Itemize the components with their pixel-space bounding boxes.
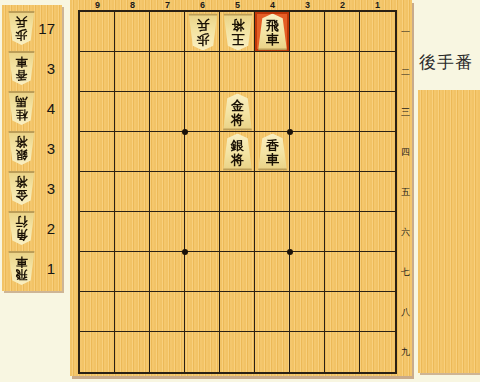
koma-kanji: 歩	[16, 28, 28, 41]
shogi-diagram: 歩兵17香車3桂馬4銀将3金将3角行2飛車1 987654321 歩兵王将飛車金…	[0, 0, 480, 382]
board-square-1-7[interactable]	[360, 252, 395, 292]
koma-kanji: 車	[16, 255, 28, 268]
file-label-3: 3	[290, 0, 325, 10]
board-square-6-4[interactable]	[185, 132, 220, 172]
board-square-3-1[interactable]	[290, 12, 325, 52]
hand-count-gold: 3	[47, 180, 55, 197]
board-square-7-6[interactable]	[150, 212, 185, 252]
rank-label-8: 八	[399, 292, 412, 332]
star-point	[287, 129, 293, 135]
file-label-8: 8	[115, 0, 150, 10]
board-square-7-3[interactable]	[150, 92, 185, 132]
koma-gote-silver[interactable]: 銀将	[8, 131, 35, 165]
koma-kanji: 銀	[231, 138, 244, 152]
hand-count-pawn: 17	[38, 20, 55, 37]
board-square-7-2[interactable]	[150, 52, 185, 92]
board-square-8-4[interactable]	[115, 132, 150, 172]
board-square-3-9[interactable]	[290, 332, 325, 372]
hand-item-gote-silver: 銀将3	[2, 128, 62, 168]
board-grid: 歩兵王将飛車金将銀将香車	[78, 10, 397, 374]
koma-kanji: 銀	[16, 148, 28, 161]
hand-count-knight: 4	[47, 100, 55, 117]
board-square-8-8[interactable]	[115, 292, 150, 332]
board-square-3-6[interactable]	[290, 212, 325, 252]
rank-label-9: 九	[399, 332, 412, 372]
board-square-1-1[interactable]	[360, 12, 395, 52]
koma-kanji: 兵	[16, 15, 28, 28]
rank-label-6: 六	[399, 212, 412, 252]
board-square-6-9[interactable]	[185, 332, 220, 372]
koma-kanji: 馬	[16, 95, 28, 108]
koma-kanji: 香	[266, 138, 279, 152]
koma-kanji: 飛	[16, 268, 28, 281]
koma-kanji: 車	[266, 32, 279, 46]
board-square-7-7[interactable]	[150, 252, 185, 292]
board-square-1-8[interactable]	[360, 292, 395, 332]
board-square-9-6[interactable]	[80, 212, 115, 252]
koma-gote-rook[interactable]: 飛車	[8, 251, 35, 285]
board-square-4-6[interactable]	[255, 212, 290, 252]
board-square-2-9[interactable]	[325, 332, 360, 372]
koma-kanji: 金	[231, 98, 244, 112]
board-square-4-7[interactable]	[255, 252, 290, 292]
board-square-4-8[interactable]	[255, 292, 290, 332]
board-square-2-6[interactable]	[325, 212, 360, 252]
hand-count-rook: 1	[47, 260, 55, 277]
board-square-2-1[interactable]	[325, 12, 360, 52]
file-label-9: 9	[80, 0, 115, 10]
board-square-4-3[interactable]	[255, 92, 290, 132]
hand-item-gote-lance: 香車3	[2, 48, 62, 88]
board-square-1-4[interactable]	[360, 132, 395, 172]
board-square-5-5[interactable]	[220, 172, 255, 212]
koma-kanji: 桂	[16, 108, 28, 121]
file-label-6: 6	[185, 0, 220, 10]
koma-gote-bishop[interactable]: 角行	[8, 211, 35, 245]
koma-kanji: 車	[266, 152, 279, 166]
turn-indicator: 後手番	[412, 51, 480, 74]
board-square-9-8[interactable]	[80, 292, 115, 332]
board-square-9-3[interactable]	[80, 92, 115, 132]
board-square-7-8[interactable]	[150, 292, 185, 332]
board-square-7-4[interactable]	[150, 132, 185, 172]
board-square-8-6[interactable]	[115, 212, 150, 252]
board-square-6-6[interactable]	[185, 212, 220, 252]
board-square-3-4[interactable]	[290, 132, 325, 172]
koma-kanji: 香	[16, 68, 28, 81]
hand-count-silver: 3	[47, 140, 55, 157]
file-label-7: 7	[150, 0, 185, 10]
hand-count-lance: 3	[47, 60, 55, 77]
hand-item-gote-pawn: 歩兵17	[2, 8, 62, 48]
rank-labels: 一二三四五六七八九	[399, 12, 412, 372]
board-square-2-2[interactable]	[325, 52, 360, 92]
board-square-5-7[interactable]	[220, 252, 255, 292]
koma-kanji: 金	[16, 188, 28, 201]
shogi-board: 987654321 歩兵王将飛車金将銀将香車 一二三四五六七八九	[70, 0, 412, 376]
file-label-4: 4	[255, 0, 290, 10]
board-square-9-2[interactable]	[80, 52, 115, 92]
board-square-6-2[interactable]	[185, 52, 220, 92]
board-square-4-9[interactable]	[255, 332, 290, 372]
board-square-6-5[interactable]	[185, 172, 220, 212]
sente-hand-tray	[418, 90, 480, 373]
board-square-3-2[interactable]	[290, 52, 325, 92]
board-square-8-1[interactable]	[115, 12, 150, 52]
koma-gote-knight[interactable]: 桂馬	[8, 91, 35, 125]
gote-hand-tray: 歩兵17香車3桂馬4銀将3金将3角行2飛車1	[2, 5, 62, 291]
koma-kanji: 王	[231, 32, 244, 46]
koma-kanji: 歩	[196, 32, 209, 46]
koma-gote-lance[interactable]: 香車	[8, 51, 35, 85]
board-square-1-3[interactable]	[360, 92, 395, 132]
board-square-8-3[interactable]	[115, 92, 150, 132]
board-square-3-7[interactable]	[290, 252, 325, 292]
star-point	[182, 249, 188, 255]
board-square-1-6[interactable]	[360, 212, 395, 252]
koma-kanji: 将	[231, 152, 244, 166]
board-square-3-3[interactable]	[290, 92, 325, 132]
hand-count-bishop: 2	[47, 220, 55, 237]
koma-kanji: 将	[231, 18, 244, 32]
hand-item-gote-knight: 桂馬4	[2, 88, 62, 128]
rank-label-3: 三	[399, 92, 412, 132]
file-label-2: 2	[325, 0, 360, 10]
board-square-3-8[interactable]	[290, 292, 325, 332]
board-square-6-7[interactable]	[185, 252, 220, 292]
board-square-2-7[interactable]	[325, 252, 360, 292]
koma-kanji: 将	[16, 175, 28, 188]
hand-item-gote-gold: 金将3	[2, 168, 62, 208]
board-square-9-4[interactable]	[80, 132, 115, 172]
rank-label-2: 二	[399, 52, 412, 92]
board-square-9-7[interactable]	[80, 252, 115, 292]
board-square-2-4[interactable]	[325, 132, 360, 172]
board-square-1-2[interactable]	[360, 52, 395, 92]
file-label-5: 5	[220, 0, 255, 10]
board-square-7-5[interactable]	[150, 172, 185, 212]
board-square-4-5[interactable]	[255, 172, 290, 212]
board-square-8-2[interactable]	[115, 52, 150, 92]
board-square-7-1[interactable]	[150, 12, 185, 52]
board-square-5-6[interactable]	[220, 212, 255, 252]
koma-kanji: 将	[16, 135, 28, 148]
file-labels: 987654321	[80, 0, 395, 10]
board-square-4-2[interactable]	[255, 52, 290, 92]
board-square-1-5[interactable]	[360, 172, 395, 212]
koma-kanji: 角	[16, 228, 28, 241]
koma-kanji: 行	[16, 215, 28, 228]
koma-kanji: 飛	[266, 18, 279, 32]
board-square-6-3[interactable]	[185, 92, 220, 132]
board-square-9-1[interactable]	[80, 12, 115, 52]
rank-label-4: 四	[399, 132, 412, 172]
board-square-8-9[interactable]	[115, 332, 150, 372]
hand-item-gote-rook: 飛車1	[2, 248, 62, 288]
rank-label-5: 五	[399, 172, 412, 212]
hand-item-gote-bishop: 角行2	[2, 208, 62, 248]
board-square-5-2[interactable]	[220, 52, 255, 92]
board-square-5-8[interactable]	[220, 292, 255, 332]
board-square-9-9[interactable]	[80, 332, 115, 372]
koma-gote-gold[interactable]: 金将	[8, 171, 35, 205]
koma-kanji: 将	[231, 112, 244, 126]
board-square-5-9[interactable]	[220, 332, 255, 372]
board-square-6-8[interactable]	[185, 292, 220, 332]
board-square-9-5[interactable]	[80, 172, 115, 212]
board-square-2-3[interactable]	[325, 92, 360, 132]
board-square-2-8[interactable]	[325, 292, 360, 332]
board-square-2-5[interactable]	[325, 172, 360, 212]
rank-label-1: 一	[399, 12, 412, 52]
star-point	[287, 249, 293, 255]
board-square-1-9[interactable]	[360, 332, 395, 372]
board-square-3-5[interactable]	[290, 172, 325, 212]
file-label-1: 1	[360, 0, 395, 10]
koma-kanji: 車	[16, 55, 28, 68]
board-square-7-9[interactable]	[150, 332, 185, 372]
koma-kanji: 兵	[196, 18, 209, 32]
star-point	[182, 129, 188, 135]
koma-gote-pawn[interactable]: 歩兵	[8, 11, 35, 45]
board-square-8-5[interactable]	[115, 172, 150, 212]
rank-label-7: 七	[399, 252, 412, 292]
board-square-8-7[interactable]	[115, 252, 150, 292]
